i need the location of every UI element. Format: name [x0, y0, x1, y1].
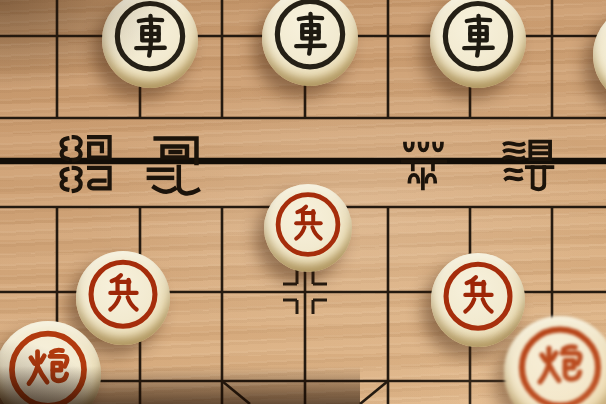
black-piece-i3-partial[interactable] — [593, 4, 606, 106]
engraved-ring — [12, 334, 84, 404]
red-cannon-b7[interactable] — [0, 321, 101, 404]
river-character-he — [133, 133, 211, 201]
cannon-character — [29, 350, 67, 383]
river-character-chu — [52, 131, 116, 197]
cannon-character — [540, 347, 580, 382]
engraved-ring — [522, 329, 598, 404]
red-soldier-e5[interactable] — [264, 184, 352, 272]
soldier-character — [465, 277, 491, 311]
chariot-character — [296, 14, 325, 54]
river-character-jie — [499, 132, 557, 200]
river-character-han — [396, 134, 452, 198]
soldier-character — [110, 275, 136, 309]
chariot-character — [464, 16, 493, 56]
black-chariot-e3[interactable] — [262, 0, 358, 86]
red-cannon-h7[interactable] — [504, 316, 606, 404]
soldier-character — [296, 207, 321, 239]
chariot-character — [136, 16, 165, 56]
xiangqi-board-photo — [0, 0, 606, 404]
black-chariot-g3[interactable] — [430, 0, 526, 88]
black-chariot-c3[interactable] — [102, 0, 198, 88]
